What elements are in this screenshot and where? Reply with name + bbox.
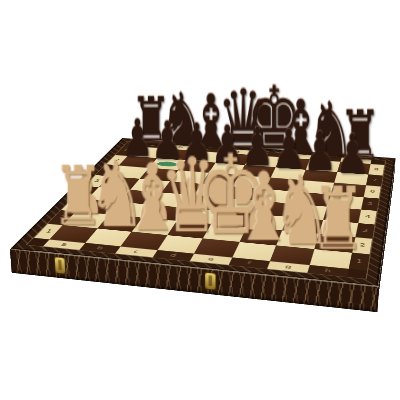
rank-label-1: 1 (349, 253, 370, 271)
chess-board: abcdefgh8♜♞♝♛♚♝♞♜87♟♟♟♟♟♟♟♟7665544332♟♟♟… (11, 138, 396, 286)
right-coord-cell: 7 (366, 174, 383, 186)
scene: abcdefgh8♜♞♝♛♚♝♞♜87♟♟♟♟♟♟♟♟7665544332♟♟♟… (0, 0, 400, 400)
rank-label-6: 6 (364, 185, 381, 198)
square-g4 (287, 204, 326, 220)
square-b8: ♞ (157, 149, 193, 161)
square-f1: ♝ (232, 242, 277, 261)
right-coord-cell: 2 (352, 237, 372, 254)
rank-label-4: 4 (358, 210, 376, 225)
brass-latch-icon (205, 273, 215, 290)
green-felt-pad (155, 161, 179, 167)
right-coord-cell: 4 (358, 210, 376, 225)
square-e2: ♟ (203, 224, 246, 242)
right-coord-cell: 3 (355, 223, 374, 239)
right-coord-cell: 5 (361, 197, 379, 211)
frame-corner (347, 269, 367, 279)
right-coord-cell: 6 (364, 185, 381, 198)
rank-label-7: 7 (366, 174, 383, 186)
rank-label-3: 3 (61, 198, 87, 212)
square-d3 (176, 208, 218, 224)
near-coord-cell: b (79, 243, 121, 254)
file-label-c: c (115, 246, 157, 257)
rank-label-2: 2 (352, 237, 372, 254)
square-c8: ♝ (186, 151, 222, 163)
left-coord-cell: 3 (61, 198, 87, 212)
rank-label-5: 5 (361, 197, 379, 211)
rank-label-3: 3 (355, 223, 374, 239)
file-label-b: b (79, 243, 121, 254)
near-coord-cell: c (115, 246, 157, 257)
square-g2: ♟ (276, 230, 318, 248)
brass-latch-icon (55, 257, 66, 274)
right-coord-cell: 1 (349, 253, 370, 271)
square-g1: ♞ (270, 245, 314, 265)
chess-set-photo: abcdefgh8♜♞♝♛♚♝♞♜87♟♟♟♟♟♟♟♟7665544332♟♟♟… (0, 0, 400, 400)
